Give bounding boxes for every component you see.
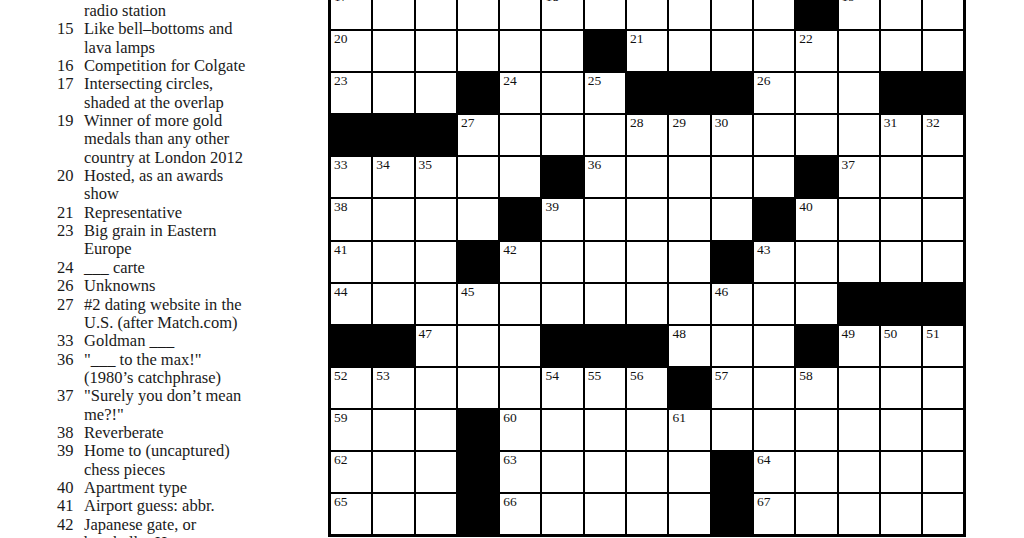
cell-r5c13[interactable] xyxy=(881,199,921,239)
cell-r6c1[interactable] xyxy=(373,242,413,282)
cell-r6c8[interactable] xyxy=(669,242,709,282)
clue-text: U.S. (after Match.com) xyxy=(84,314,238,332)
cell-r7c8[interactable] xyxy=(669,284,709,324)
cell-r8c3[interactable] xyxy=(458,326,498,366)
clue-continuation-line: (1980’s catchphrase) xyxy=(0,369,328,387)
black-cell-r9c8 xyxy=(669,368,709,408)
black-cell-r5c4 xyxy=(500,199,540,239)
cell-r8c10[interactable] xyxy=(754,326,794,366)
cell-number-37: 37 xyxy=(842,158,856,172)
cell-r5c7[interactable] xyxy=(627,199,667,239)
cell-r0c4[interactable] xyxy=(500,0,540,29)
cell-r9c2[interactable] xyxy=(416,368,456,408)
cell-r3c14[interactable]: 32 xyxy=(923,115,963,155)
cell-r1c8[interactable] xyxy=(669,31,709,71)
cell-r3c4[interactable] xyxy=(500,115,540,155)
black-cell-r3c0 xyxy=(331,115,371,155)
cell-r12c10[interactable]: 67 xyxy=(754,494,794,534)
cell-number-50: 50 xyxy=(884,327,898,341)
clue-number: 40 xyxy=(57,479,84,497)
cell-r11c7[interactable] xyxy=(627,452,667,492)
cell-r6c7[interactable] xyxy=(627,242,667,282)
cell-r9c11[interactable]: 58 xyxy=(796,368,836,408)
cell-r1c13[interactable] xyxy=(881,31,921,71)
cell-r12c1[interactable] xyxy=(373,494,413,534)
cell-r10c2[interactable] xyxy=(416,410,456,450)
clue-text: #2 dating website in the xyxy=(84,296,242,314)
cell-r12c2[interactable] xyxy=(416,494,456,534)
cell-number-44: 44 xyxy=(334,285,348,299)
cell-r9c14[interactable] xyxy=(923,368,963,408)
black-cell-r6c9 xyxy=(712,242,752,282)
clue-21: 21Representative xyxy=(0,204,328,222)
cell-r4c9[interactable] xyxy=(712,157,752,197)
cell-r7c11[interactable] xyxy=(796,284,836,324)
black-cell-r12c3 xyxy=(458,494,498,534)
clue-37: 37"Surely you don’t mean xyxy=(0,387,328,405)
clue-number: 17 xyxy=(57,75,84,93)
black-cell-r3c1 xyxy=(373,115,413,155)
cell-r1c4[interactable] xyxy=(500,31,540,71)
clue-text: Goldman ___ xyxy=(84,332,174,350)
cell-r4c6[interactable]: 36 xyxy=(585,157,625,197)
cell-r1c2[interactable] xyxy=(416,31,456,71)
cell-r3c12[interactable] xyxy=(839,115,879,155)
cell-r11c1[interactable] xyxy=(373,452,413,492)
cell-r11c6[interactable] xyxy=(585,452,625,492)
cell-r7c1[interactable] xyxy=(373,284,413,324)
cell-r0c3[interactable] xyxy=(458,0,498,29)
crossword-grid: 1718192021222324252627282930313233343536… xyxy=(328,0,966,537)
cell-r2c12[interactable] xyxy=(839,73,879,113)
cell-r5c5[interactable]: 39 xyxy=(542,199,582,239)
cell-r5c14[interactable] xyxy=(923,199,963,239)
cell-r6c4[interactable]: 42 xyxy=(500,242,540,282)
clue-number: 24 xyxy=(57,259,84,277)
black-cell-r10c3 xyxy=(458,410,498,450)
clue-text: me?!" xyxy=(84,406,124,424)
cell-number-62: 62 xyxy=(334,453,348,467)
cell-r0c1[interactable] xyxy=(373,0,413,29)
cell-r7c4[interactable] xyxy=(500,284,540,324)
clue-41: 41Airport guess: abbr. xyxy=(0,497,328,515)
clue-text: medals than any other xyxy=(84,130,229,148)
cell-r6c0[interactable]: 41 xyxy=(331,242,371,282)
cell-r9c10[interactable] xyxy=(754,368,794,408)
cell-number-42: 42 xyxy=(503,243,517,257)
clue-text: lava lamps xyxy=(84,39,155,57)
cell-r11c2[interactable] xyxy=(416,452,456,492)
cell-number-64: 64 xyxy=(757,453,771,467)
cell-r10c6[interactable] xyxy=(585,410,625,450)
clue-continuation-line: radio station xyxy=(0,2,328,20)
cell-r0c7[interactable] xyxy=(627,0,667,29)
cell-r1c3[interactable] xyxy=(458,31,498,71)
clue-38: 38Reverberate xyxy=(0,424,328,442)
cell-number-48: 48 xyxy=(672,327,686,341)
black-cell-r8c1 xyxy=(373,326,413,366)
cell-r12c11[interactable] xyxy=(796,494,836,534)
cell-r4c10[interactable] xyxy=(754,157,794,197)
cell-r3c5[interactable] xyxy=(542,115,582,155)
cell-r10c0[interactable]: 59 xyxy=(331,410,371,450)
cell-r12c13[interactable] xyxy=(881,494,921,534)
cell-number-19: 19 xyxy=(842,0,856,4)
cell-r5c11[interactable]: 40 xyxy=(796,199,836,239)
black-cell-r4c5 xyxy=(542,157,582,197)
black-cell-r7c13 xyxy=(881,284,921,324)
cell-r9c12[interactable] xyxy=(839,368,879,408)
cell-r10c10[interactable] xyxy=(754,410,794,450)
cell-r8c12[interactable]: 49 xyxy=(839,326,879,366)
cell-r0c6[interactable] xyxy=(585,0,625,29)
black-cell-r7c12 xyxy=(839,284,879,324)
clue-19: 19Winner of more gold xyxy=(0,112,328,130)
clue-number: 21 xyxy=(57,204,84,222)
clue-text: ___ carte xyxy=(84,259,145,277)
cell-r9c7[interactable]: 56 xyxy=(627,368,667,408)
black-cell-r4c11 xyxy=(796,157,836,197)
cell-number-66: 66 xyxy=(503,495,517,509)
cell-r12c4[interactable]: 66 xyxy=(500,494,540,534)
clue-15: 15Like bell–bottoms and xyxy=(0,20,328,38)
cell-number-45: 45 xyxy=(461,285,475,299)
cell-r9c0[interactable]: 52 xyxy=(331,368,371,408)
black-cell-r7c14 xyxy=(923,284,963,324)
cell-number-36: 36 xyxy=(588,158,602,172)
cell-r1c0[interactable]: 20 xyxy=(331,31,371,71)
cell-number-32: 32 xyxy=(926,116,940,130)
clue-text: Reverberate xyxy=(84,424,164,442)
cell-r0c0[interactable]: 17 xyxy=(331,0,371,29)
cell-r7c9[interactable]: 46 xyxy=(712,284,752,324)
cell-r1c5[interactable] xyxy=(542,31,582,71)
cell-r9c13[interactable] xyxy=(881,368,921,408)
cell-r1c1[interactable] xyxy=(373,31,413,71)
cell-number-20: 20 xyxy=(334,32,348,46)
black-cell-r8c7 xyxy=(627,326,667,366)
clue-text: Home to (uncaptured) xyxy=(84,442,230,460)
cell-r7c6[interactable] xyxy=(585,284,625,324)
cell-r4c12[interactable]: 37 xyxy=(839,157,879,197)
cell-r12c7[interactable] xyxy=(627,494,667,534)
cell-r0c13[interactable] xyxy=(881,0,921,29)
cell-r9c9[interactable]: 57 xyxy=(712,368,752,408)
clue-text: Apartment type xyxy=(84,479,187,497)
cell-number-18: 18 xyxy=(545,0,559,4)
cell-r7c0[interactable]: 44 xyxy=(331,284,371,324)
clue-number: 36 xyxy=(57,351,84,369)
cell-r5c12[interactable] xyxy=(839,199,879,239)
cell-r7c5[interactable] xyxy=(542,284,582,324)
clue-continuation-line: medals than any other xyxy=(0,130,328,148)
cell-r12c8[interactable] xyxy=(669,494,709,534)
clue-number: 37 xyxy=(57,387,84,405)
cell-number-34: 34 xyxy=(376,158,390,172)
clue-number: 26 xyxy=(57,277,84,295)
clue-text: Big grain in Eastern xyxy=(84,222,216,240)
cell-r5c8[interactable] xyxy=(669,199,709,239)
clue-text: Winner of more gold xyxy=(84,112,222,130)
black-cell-r12c9 xyxy=(712,494,752,534)
clue-text: Unknowns xyxy=(84,277,156,295)
black-cell-r8c5 xyxy=(542,326,582,366)
cell-r6c13[interactable] xyxy=(881,242,921,282)
cell-r9c5[interactable]: 54 xyxy=(542,368,582,408)
cell-number-43: 43 xyxy=(757,243,771,257)
black-cell-r8c11 xyxy=(796,326,836,366)
clue-text: baseballer Hunter xyxy=(84,534,201,538)
cell-number-47: 47 xyxy=(419,327,433,341)
clue-number: 27 xyxy=(57,296,84,314)
cell-number-22: 22 xyxy=(799,32,813,46)
black-cell-r2c8 xyxy=(669,73,709,113)
cell-r10c12[interactable] xyxy=(839,410,879,450)
clue-number: 41 xyxy=(57,497,84,515)
cell-number-39: 39 xyxy=(545,200,559,214)
clue-number: 39 xyxy=(57,442,84,460)
cell-r9c4[interactable] xyxy=(500,368,540,408)
cell-r2c6[interactable]: 25 xyxy=(585,73,625,113)
cell-r11c11[interactable] xyxy=(796,452,836,492)
cell-r10c14[interactable] xyxy=(923,410,963,450)
clue-continuation-line: lava lamps xyxy=(0,39,328,57)
clue-26: 26Unknowns xyxy=(0,277,328,295)
cell-r8c8[interactable]: 48 xyxy=(669,326,709,366)
clue-text: chess pieces xyxy=(84,461,165,479)
black-cell-r2c9 xyxy=(712,73,752,113)
cell-number-17: 17 xyxy=(334,0,348,4)
black-cell-r6c3 xyxy=(458,242,498,282)
cell-r10c8[interactable]: 61 xyxy=(669,410,709,450)
cell-number-52: 52 xyxy=(334,369,348,383)
cell-r4c13[interactable] xyxy=(881,157,921,197)
clue-number: 42 xyxy=(57,516,84,534)
cell-r3c10[interactable] xyxy=(754,115,794,155)
cell-r11c14[interactable] xyxy=(923,452,963,492)
black-cell-r2c14 xyxy=(923,73,963,113)
clue-number: 23 xyxy=(57,222,84,240)
cell-r12c12[interactable] xyxy=(839,494,879,534)
cell-r10c4[interactable]: 60 xyxy=(500,410,540,450)
cell-r4c7[interactable] xyxy=(627,157,667,197)
clue-33: 33Goldman ___ xyxy=(0,332,328,350)
cell-r6c2[interactable] xyxy=(416,242,456,282)
cell-number-51: 51 xyxy=(926,327,940,341)
clue-continuation-line: shaded at the overlap xyxy=(0,94,328,112)
cell-r8c4[interactable] xyxy=(500,326,540,366)
clue-text: "Surely you don’t mean xyxy=(84,387,241,405)
cell-number-35: 35 xyxy=(419,158,433,172)
clue-continuation-line: chess pieces xyxy=(0,461,328,479)
cell-r10c7[interactable] xyxy=(627,410,667,450)
cell-r10c9[interactable] xyxy=(712,410,752,450)
cell-r0c9[interactable] xyxy=(712,0,752,29)
cell-r2c1[interactable] xyxy=(373,73,413,113)
cell-number-53: 53 xyxy=(376,369,390,383)
clue-text: Representative xyxy=(84,204,182,222)
cell-r0c2[interactable] xyxy=(416,0,456,29)
clue-text: Japanese gate, or xyxy=(84,516,196,534)
clue-text: Intersecting circles, xyxy=(84,75,213,93)
cell-r5c0[interactable]: 38 xyxy=(331,199,371,239)
clue-text: country at London 2012 xyxy=(84,149,243,167)
black-cell-r0c11 xyxy=(796,0,836,29)
cell-r6c12[interactable] xyxy=(839,242,879,282)
cell-r6c5[interactable] xyxy=(542,242,582,282)
cell-r4c4[interactable] xyxy=(500,157,540,197)
cell-r2c4[interactable]: 24 xyxy=(500,73,540,113)
black-cell-r2c13 xyxy=(881,73,921,113)
cell-r3c8[interactable]: 29 xyxy=(669,115,709,155)
cell-number-26: 26 xyxy=(757,74,771,88)
clue-42: 42Japanese gate, or xyxy=(0,516,328,534)
cell-r10c11[interactable] xyxy=(796,410,836,450)
cell-r10c5[interactable] xyxy=(542,410,582,450)
cell-r11c0[interactable]: 62 xyxy=(331,452,371,492)
cell-r9c6[interactable]: 55 xyxy=(585,368,625,408)
cell-number-40: 40 xyxy=(799,200,813,214)
cell-r11c12[interactable] xyxy=(839,452,879,492)
cell-r5c2[interactable] xyxy=(416,199,456,239)
clue-text: radio station xyxy=(84,2,166,20)
black-cell-r1c6 xyxy=(585,31,625,71)
clue-text: "___ to the max!" xyxy=(84,351,202,369)
cell-number-46: 46 xyxy=(715,285,729,299)
cell-r4c8[interactable] xyxy=(669,157,709,197)
clue-continuation-line: show xyxy=(0,185,328,203)
cell-r1c10[interactable] xyxy=(754,31,794,71)
cell-r4c0[interactable]: 33 xyxy=(331,157,371,197)
cell-r10c1[interactable] xyxy=(373,410,413,450)
cell-number-61: 61 xyxy=(672,411,686,425)
cell-r0c12[interactable]: 19 xyxy=(839,0,879,29)
cell-r2c0[interactable]: 23 xyxy=(331,73,371,113)
cell-number-31: 31 xyxy=(884,116,898,130)
cell-r5c6[interactable] xyxy=(585,199,625,239)
cell-r10c13[interactable] xyxy=(881,410,921,450)
cell-r0c14[interactable] xyxy=(923,0,963,29)
cell-r8c9[interactable] xyxy=(712,326,752,366)
cell-r12c14[interactable] xyxy=(923,494,963,534)
cell-r9c1[interactable]: 53 xyxy=(373,368,413,408)
black-cell-r3c2 xyxy=(416,115,456,155)
cell-r6c6[interactable] xyxy=(585,242,625,282)
cell-number-63: 63 xyxy=(503,453,517,467)
clue-number: 33 xyxy=(57,332,84,350)
cell-r6c11[interactable] xyxy=(796,242,836,282)
cell-r0c8[interactable] xyxy=(669,0,709,29)
cell-number-25: 25 xyxy=(588,74,602,88)
black-cell-r11c3 xyxy=(458,452,498,492)
clue-number: 15 xyxy=(57,20,84,38)
cell-r7c10[interactable] xyxy=(754,284,794,324)
cell-r1c12[interactable] xyxy=(839,31,879,71)
cell-r3c13[interactable]: 31 xyxy=(881,115,921,155)
black-cell-r8c0 xyxy=(331,326,371,366)
cell-r12c6[interactable] xyxy=(585,494,625,534)
cell-number-59: 59 xyxy=(334,411,348,425)
cell-r4c14[interactable] xyxy=(923,157,963,197)
cell-r11c10[interactable]: 64 xyxy=(754,452,794,492)
clue-text: Hosted, as an awards xyxy=(84,167,223,185)
clue-24: 24___ carte xyxy=(0,259,328,277)
cell-r12c0[interactable]: 65 xyxy=(331,494,371,534)
cell-r8c14[interactable]: 51 xyxy=(923,326,963,366)
cell-r4c2[interactable]: 35 xyxy=(416,157,456,197)
cell-r1c7[interactable]: 21 xyxy=(627,31,667,71)
cell-r1c11[interactable]: 22 xyxy=(796,31,836,71)
cell-r2c11[interactable] xyxy=(796,73,836,113)
cell-r5c1[interactable] xyxy=(373,199,413,239)
clue-39: 39Home to (uncaptured) xyxy=(0,442,328,460)
cell-r11c4[interactable]: 63 xyxy=(500,452,540,492)
clue-continuation-line: country at London 2012 xyxy=(0,149,328,167)
cell-r9c3[interactable] xyxy=(458,368,498,408)
cell-r1c14[interactable] xyxy=(923,31,963,71)
cell-r6c10[interactable]: 43 xyxy=(754,242,794,282)
cell-r12c5[interactable] xyxy=(542,494,582,534)
cell-number-58: 58 xyxy=(799,369,813,383)
cell-number-38: 38 xyxy=(334,200,348,214)
cell-r3c7[interactable]: 28 xyxy=(627,115,667,155)
cell-r11c5[interactable] xyxy=(542,452,582,492)
black-cell-r11c9 xyxy=(712,452,752,492)
cell-r7c3[interactable]: 45 xyxy=(458,284,498,324)
clue-text: shaded at the overlap xyxy=(84,94,224,112)
cell-number-21: 21 xyxy=(630,32,644,46)
cell-r11c8[interactable] xyxy=(669,452,709,492)
clue-list: radio station15Like bell–bottoms andlava… xyxy=(0,2,328,538)
cell-r8c13[interactable]: 50 xyxy=(881,326,921,366)
clue-text: Like bell–bottoms and xyxy=(84,20,232,38)
cell-number-41: 41 xyxy=(334,243,348,257)
cell-r5c3[interactable] xyxy=(458,199,498,239)
black-cell-r8c6 xyxy=(585,326,625,366)
cell-r5c9[interactable] xyxy=(712,199,752,239)
cell-number-55: 55 xyxy=(588,369,602,383)
clue-continuation-line: baseballer Hunter xyxy=(0,534,328,538)
cell-r8c2[interactable]: 47 xyxy=(416,326,456,366)
cell-r7c7[interactable] xyxy=(627,284,667,324)
cell-number-49: 49 xyxy=(842,327,856,341)
cell-r7c2[interactable] xyxy=(416,284,456,324)
clue-number: 20 xyxy=(57,167,84,185)
cell-r2c5[interactable] xyxy=(542,73,582,113)
cell-r4c1[interactable]: 34 xyxy=(373,157,413,197)
cell-r0c5[interactable]: 18 xyxy=(542,0,582,29)
cell-number-24: 24 xyxy=(503,74,517,88)
clue-16: 16Competition for Colgate xyxy=(0,57,328,75)
cell-r3c6[interactable] xyxy=(585,115,625,155)
cell-r0c10[interactable] xyxy=(754,0,794,29)
cell-r11c13[interactable] xyxy=(881,452,921,492)
black-cell-r5c10 xyxy=(754,199,794,239)
cell-number-30: 30 xyxy=(715,116,729,130)
cell-number-65: 65 xyxy=(334,495,348,509)
cell-number-29: 29 xyxy=(672,116,686,130)
cell-r2c2[interactable] xyxy=(416,73,456,113)
cell-r2c10[interactable]: 26 xyxy=(754,73,794,113)
cell-r3c9[interactable]: 30 xyxy=(712,115,752,155)
cell-r1c9[interactable] xyxy=(712,31,752,71)
clue-36: 36"___ to the max!" xyxy=(0,351,328,369)
cell-number-56: 56 xyxy=(630,369,644,383)
cell-r6c14[interactable] xyxy=(923,242,963,282)
cell-r3c3[interactable]: 27 xyxy=(458,115,498,155)
cell-r4c3[interactable] xyxy=(458,157,498,197)
cell-r3c11[interactable] xyxy=(796,115,836,155)
